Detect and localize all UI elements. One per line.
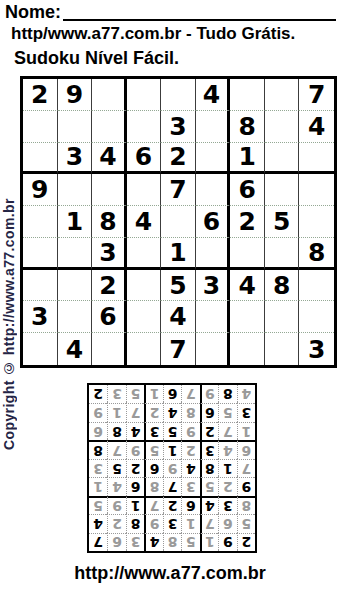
cell-r6c5[interactable]: 1 [161,238,196,270]
solution-cell-r2c4: 1 [181,514,199,532]
solution-cell-r1c8: 6 [107,533,125,551]
cell-r8c4[interactable] [127,301,162,333]
cell-r3c2[interactable]: 3 [58,143,93,175]
solution-cell-r9c2: 8 [218,385,236,403]
solution-cell-r5c2: 1 [218,459,236,477]
cell-r9c7[interactable] [230,333,265,365]
cell-r1c8[interactable] [265,79,300,111]
solution-cell-r2c7: 8 [126,514,144,532]
solution-cell-r1c7: 3 [126,533,144,551]
solution-cell-r8c1: 3 [237,403,255,421]
copyright-vertical: Copyright © http://www.a77.com.br [0,92,18,450]
solution-cell-r7c7: 4 [126,422,144,440]
solution-cell-r4c4: 3 [181,477,199,495]
cell-r8c9[interactable] [299,301,334,333]
solution-cell-r3c8: 9 [107,496,125,514]
solution-cell-r9c3: 9 [200,385,218,403]
cell-r3c4[interactable]: 6 [127,143,162,175]
solution-cell-r6c1: 6 [237,440,255,458]
solution-cell-r2c9: 4 [89,514,107,532]
cell-r7c2[interactable] [58,270,93,302]
solution-cell-r1c3: 1 [200,533,218,551]
cell-r4c1[interactable]: 9 [23,174,58,206]
solution-cell-r8c9: 9 [89,403,107,421]
solution-cell-r3c4: 6 [181,496,199,514]
cell-r2c1[interactable] [23,111,58,143]
footer-url: http://www.a77.com.br [0,563,340,584]
solution-cell-r2c3: 7 [200,514,218,532]
solution-cell-r1c9: 7 [89,533,107,551]
cell-r3c9[interactable] [299,143,334,175]
cell-r9c3[interactable] [92,333,127,365]
solution-cell-r6c4: 2 [181,440,199,458]
cell-r3c8[interactable] [265,143,300,175]
cell-r8c3[interactable]: 6 [92,301,127,333]
solution-cell-r7c9: 6 [89,422,107,440]
cell-r3c5[interactable]: 2 [161,143,196,175]
cell-r6c3[interactable]: 3 [92,238,127,270]
solution-cell-r2c5: 3 [163,514,181,532]
solution-cell-r6c7: 9 [126,440,144,458]
cell-r7c6[interactable]: 3 [196,270,231,302]
solution-cell-r4c9: 1 [89,477,107,495]
site-title: http/www.a77.com.br - Tudo Grátis. [11,24,295,44]
solution-cell-r2c1: 5 [237,514,255,532]
solution-cell-r5c7: 2 [126,459,144,477]
solution-cell-r3c5: 2 [163,496,181,514]
cell-r2c3[interactable] [92,111,127,143]
cell-r5c8[interactable]: 5 [265,206,300,238]
cell-r2c8[interactable] [265,111,300,143]
cell-r4c8[interactable] [265,174,300,206]
solution-cell-r5c1: 7 [237,459,255,477]
cell-r1c7[interactable] [230,79,265,111]
cell-r4c9[interactable] [299,174,334,206]
cell-r1c6[interactable]: 4 [196,79,231,111]
cell-r4c2[interactable] [58,174,93,206]
solution-cell-r7c2: 7 [218,422,236,440]
cell-r9c8[interactable] [265,333,300,365]
cell-r2c9[interactable]: 4 [299,111,334,143]
cell-r9c4[interactable] [127,333,162,365]
solution-cell-r7c8: 8 [107,422,125,440]
solution-cell-r3c7: 1 [126,496,144,514]
cell-r9c6[interactable] [196,333,231,365]
solution-cell-r6c9: 8 [89,440,107,458]
cell-r8c2[interactable] [58,301,93,333]
cell-r7c1[interactable] [23,270,58,302]
cell-r1c4[interactable] [127,79,162,111]
cell-r3c7[interactable]: 1 [230,143,265,175]
solution-cell-r5c6: 6 [144,459,162,477]
cell-r1c2[interactable]: 9 [58,79,93,111]
cell-r3c3[interactable]: 4 [92,143,127,175]
cell-r1c3[interactable] [92,79,127,111]
cell-r7c8[interactable]: 8 [265,270,300,302]
solution-cell-r9c9: 2 [89,385,107,403]
solution-cell-r7c5: 5 [163,422,181,440]
solution-cell-r3c6: 7 [144,496,162,514]
solution-cell-r9c8: 3 [107,385,125,403]
cell-r1c9[interactable]: 7 [299,79,334,111]
solution-cell-r9c6: 1 [144,385,162,403]
cell-r1c5[interactable] [161,79,196,111]
solution-cell-r4c3: 5 [200,477,218,495]
cell-r5c4[interactable]: 4 [127,206,162,238]
solution-cell-r8c2: 5 [218,403,236,421]
cell-r5c7[interactable]: 2 [230,206,265,238]
name-row: Nome: [5,2,336,23]
solution-board-rotated: 2915843675671398248346271959253786417184… [87,383,257,553]
solution-cell-r3c1: 8 [237,496,255,514]
name-underline [63,17,336,21]
cell-r8c1[interactable]: 3 [23,301,58,333]
solution-cell-r7c4: 9 [181,422,199,440]
cell-r3c1[interactable] [23,143,58,175]
solution-cell-r9c7: 5 [126,385,144,403]
solution-cell-r6c5: 1 [163,440,181,458]
solution-cell-r8c6: 2 [144,403,162,421]
cell-r7c4[interactable] [127,270,162,302]
solution-cell-r2c8: 2 [107,514,125,532]
solution-cell-r4c1: 9 [237,477,255,495]
cell-r9c9[interactable]: 3 [299,333,334,365]
cell-r5c6[interactable]: 6 [196,206,231,238]
cell-r7c7[interactable]: 4 [230,270,265,302]
cell-r6c8[interactable] [265,238,300,270]
cell-r2c6[interactable] [196,111,231,143]
solution-cell-r4c2: 2 [218,477,236,495]
solution-cell-r9c1: 4 [237,385,255,403]
solution-cell-r2c2: 6 [218,514,236,532]
solution-cell-r1c4: 5 [181,533,199,551]
cell-r8c7[interactable] [230,301,265,333]
solution-cell-r7c3: 2 [200,422,218,440]
cell-r6c4[interactable] [127,238,162,270]
cell-r4c7[interactable]: 6 [230,174,265,206]
solution-cell-r6c6: 5 [144,440,162,458]
solution-cell-r6c2: 4 [218,440,236,458]
cell-r3c6[interactable] [196,143,231,175]
solution-cell-r1c2: 9 [218,533,236,551]
cell-r5c2[interactable]: 1 [58,206,93,238]
solution-cell-r4c7: 6 [126,477,144,495]
solution-cell-r1c5: 8 [163,533,181,551]
name-label: Nome: [5,2,61,23]
solution-cell-r8c8: 1 [107,403,125,421]
cell-r2c7[interactable]: 8 [230,111,265,143]
cell-r8c6[interactable] [196,301,231,333]
cell-r5c3[interactable]: 8 [92,206,127,238]
level-title: Sudoku Nível Fácil. [14,48,179,69]
sudoku-board: 29473843462197618462531825348364473 [20,76,337,368]
cell-r1c1[interactable]: 2 [23,79,58,111]
solution-cell-r7c1: 1 [237,422,255,440]
solution-cell-r9c5: 6 [163,385,181,403]
solution-cell-r8c7: 7 [126,403,144,421]
solution-cell-r5c3: 8 [200,459,218,477]
solution-cell-r8c3: 6 [200,403,218,421]
cell-r4c3[interactable] [92,174,127,206]
solution-cell-r1c6: 4 [144,533,162,551]
solution-cell-r4c8: 4 [107,477,125,495]
cell-r8c8[interactable] [265,301,300,333]
cell-r6c6[interactable] [196,238,231,270]
cell-r9c1[interactable] [23,333,58,365]
cell-r6c7[interactable] [230,238,265,270]
cell-r5c5[interactable] [161,206,196,238]
solution-cell-r4c6: 8 [144,477,162,495]
solution-cell-r9c4: 7 [181,385,199,403]
solution-cell-r5c8: 5 [107,459,125,477]
cell-r8c5[interactable]: 4 [161,301,196,333]
cell-r7c3[interactable]: 2 [92,270,127,302]
cell-r6c9[interactable]: 8 [299,238,334,270]
solution-cell-r3c9: 5 [89,496,107,514]
cell-r5c9[interactable] [299,206,334,238]
solution-cell-r5c5: 9 [163,459,181,477]
solution-cell-r1c1: 2 [237,533,255,551]
solution-cell-r7c6: 3 [144,422,162,440]
solution-cell-r5c4: 4 [181,459,199,477]
solution-cell-r6c8: 7 [107,440,125,458]
solution-cell-r5c9: 3 [89,459,107,477]
cell-r2c2[interactable] [58,111,93,143]
solution-cell-r4c5: 7 [163,477,181,495]
solution-cell-r6c3: 3 [200,440,218,458]
cell-r9c2[interactable]: 4 [58,333,93,365]
cell-r7c9[interactable] [299,270,334,302]
solution-cell-r8c4: 8 [181,403,199,421]
cell-r2c5[interactable]: 3 [161,111,196,143]
cell-r4c5[interactable]: 7 [161,174,196,206]
solution-cell-r8c5: 4 [163,403,181,421]
cell-r5c1[interactable] [23,206,58,238]
cell-r4c4[interactable] [127,174,162,206]
cell-r2c4[interactable] [127,111,162,143]
cell-r9c5[interactable]: 7 [161,333,196,365]
cell-r6c2[interactable] [58,238,93,270]
solution-cell-r3c3: 4 [200,496,218,514]
cell-r6c1[interactable] [23,238,58,270]
cell-r4c6[interactable] [196,174,231,206]
solution-cell-r2c6: 9 [144,514,162,532]
cell-r7c5[interactable]: 5 [161,270,196,302]
solution-cell-r3c2: 3 [218,496,236,514]
